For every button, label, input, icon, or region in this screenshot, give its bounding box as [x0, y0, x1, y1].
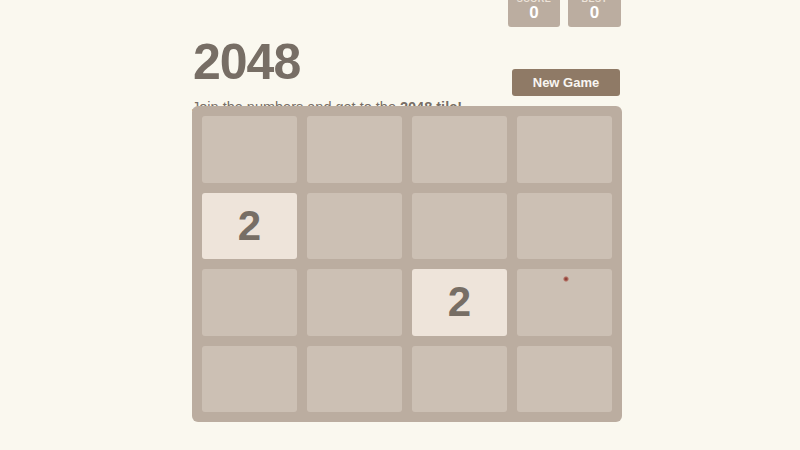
- tile-2-r1c0: 2: [202, 193, 297, 260]
- empty-cell-r3c3: [517, 346, 612, 413]
- best-value: 0: [590, 4, 599, 23]
- score-value: 0: [529, 4, 538, 23]
- empty-cell-r0c3: [517, 116, 612, 183]
- empty-cell-r2c1: [307, 269, 402, 336]
- empty-cell-r3c1: [307, 346, 402, 413]
- empty-cell-r2c0: [202, 269, 297, 336]
- empty-cell-r3c2: [412, 346, 507, 413]
- empty-cell-r0c1: [307, 116, 402, 183]
- empty-cell-r0c2: [412, 116, 507, 183]
- empty-cell-r1c3: [517, 193, 612, 260]
- empty-cell-r1c1: [307, 193, 402, 260]
- game-page: 2048 SCORE 0 BEST 0 Join the numbers and…: [0, 0, 800, 450]
- score-box: SCORE 0: [508, 0, 560, 27]
- page-title: 2048: [193, 37, 300, 87]
- new-game-button[interactable]: New Game: [512, 69, 620, 96]
- empty-cell-r2c3: [517, 269, 612, 336]
- best-box: BEST 0: [568, 0, 621, 27]
- empty-cell-r0c0: [202, 116, 297, 183]
- tile-2-r2c2: 2: [412, 269, 507, 336]
- board[interactable]: 22: [192, 106, 622, 422]
- empty-cell-r3c0: [202, 346, 297, 413]
- empty-cell-r1c2: [412, 193, 507, 260]
